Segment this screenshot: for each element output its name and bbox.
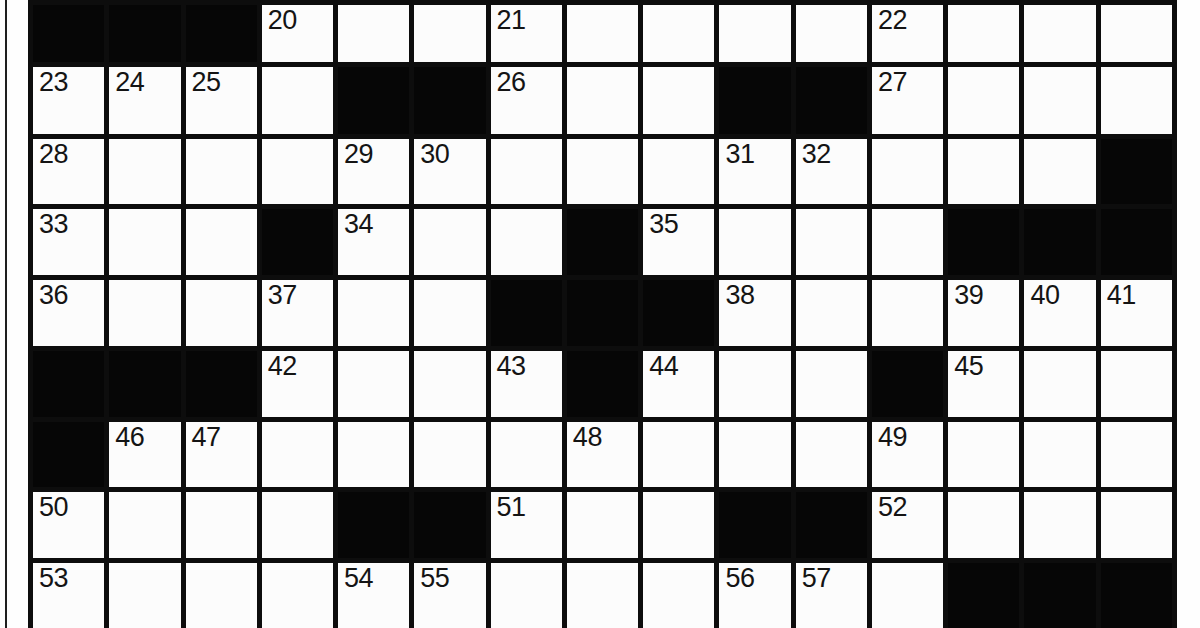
white-cell[interactable]: 20 (262, 5, 333, 62)
white-cell[interactable] (414, 351, 485, 417)
clue-number: 34 (344, 210, 373, 238)
white-cell[interactable] (262, 563, 333, 628)
white-cell[interactable] (186, 492, 257, 558)
black-cell (262, 209, 333, 275)
white-cell[interactable] (338, 351, 409, 417)
black-cell (491, 280, 562, 346)
white-cell[interactable]: 27 (872, 67, 943, 134)
white-cell[interactable] (1024, 67, 1095, 134)
white-cell[interactable]: 48 (567, 422, 638, 487)
clue-number: 38 (725, 281, 754, 309)
white-cell[interactable]: 47 (186, 422, 257, 487)
black-cell (109, 351, 180, 417)
black-cell (338, 492, 409, 558)
white-cell[interactable]: 21 (491, 5, 562, 62)
white-cell[interactable] (338, 5, 409, 62)
clue-number: 43 (497, 352, 526, 380)
clue-number: 48 (573, 423, 602, 451)
white-cell[interactable]: 40 (1024, 280, 1095, 346)
white-cell[interactable]: 43 (491, 351, 562, 417)
white-cell[interactable] (643, 67, 714, 134)
clue-number: 45 (954, 352, 983, 380)
black-cell (567, 209, 638, 275)
clue-number: 39 (954, 281, 983, 309)
white-cell[interactable]: 26 (491, 67, 562, 134)
white-cell[interactable] (567, 492, 638, 558)
clue-number: 33 (39, 210, 68, 238)
white-cell[interactable]: 45 (948, 351, 1019, 417)
white-cell[interactable]: 53 (33, 563, 104, 628)
clue-number: 54 (344, 564, 373, 592)
white-cell[interactable] (1024, 422, 1095, 487)
black-cell (33, 351, 104, 417)
white-cell[interactable] (262, 67, 333, 134)
black-cell (719, 67, 790, 134)
black-cell (796, 67, 867, 134)
white-cell[interactable] (796, 209, 867, 275)
clue-number: 24 (115, 68, 144, 96)
white-cell[interactable] (719, 351, 790, 417)
white-cell[interactable]: 22 (872, 5, 943, 62)
white-cell[interactable] (643, 5, 714, 62)
clue-number: 27 (878, 68, 907, 96)
white-cell[interactable]: 39 (948, 280, 1019, 346)
clue-number: 21 (497, 6, 526, 34)
white-cell[interactable] (109, 139, 180, 204)
black-cell (338, 67, 409, 134)
black-cell (1024, 209, 1095, 275)
white-cell[interactable]: 31 (719, 139, 790, 204)
black-cell (719, 492, 790, 558)
white-cell[interactable] (643, 492, 714, 558)
black-cell (414, 67, 485, 134)
white-cell[interactable] (1101, 67, 1172, 134)
clue-number: 20 (268, 6, 297, 34)
clue-number: 40 (1030, 281, 1059, 309)
clue-number: 37 (268, 281, 297, 309)
white-cell[interactable] (186, 280, 257, 346)
white-cell[interactable] (567, 67, 638, 134)
white-cell[interactable] (262, 422, 333, 487)
black-cell (872, 351, 943, 417)
white-cell[interactable] (338, 280, 409, 346)
white-cell[interactable] (109, 492, 180, 558)
white-cell[interactable]: 38 (719, 280, 790, 346)
white-cell[interactable] (414, 209, 485, 275)
white-cell[interactable] (796, 280, 867, 346)
white-cell[interactable] (1101, 351, 1172, 417)
clue-number: 35 (649, 210, 678, 238)
white-cell[interactable]: 57 (796, 563, 867, 628)
white-cell[interactable] (872, 209, 943, 275)
white-cell[interactable] (643, 422, 714, 487)
white-cell[interactable]: 44 (643, 351, 714, 417)
clue-number: 47 (192, 423, 221, 451)
clue-number: 30 (420, 140, 449, 168)
white-cell[interactable] (1101, 422, 1172, 487)
clue-number: 31 (725, 140, 754, 168)
clue-number: 46 (115, 423, 144, 451)
clue-number: 44 (649, 352, 678, 380)
white-cell[interactable] (719, 209, 790, 275)
white-cell[interactable]: 56 (719, 563, 790, 628)
white-cell[interactable] (262, 139, 333, 204)
white-cell[interactable] (948, 5, 1019, 62)
white-cell[interactable] (186, 209, 257, 275)
white-cell[interactable] (414, 5, 485, 62)
black-cell (1101, 209, 1172, 275)
black-cell (1101, 563, 1172, 628)
white-cell[interactable]: 23 (33, 67, 104, 134)
white-cell[interactable]: 41 (1101, 280, 1172, 346)
clue-number: 41 (1107, 281, 1136, 309)
white-cell[interactable]: 46 (109, 422, 180, 487)
white-cell[interactable]: 33 (33, 209, 104, 275)
black-cell (1101, 139, 1172, 204)
white-cell[interactable] (872, 280, 943, 346)
clue-number: 36 (39, 281, 68, 309)
white-cell[interactable] (872, 139, 943, 204)
clue-number: 25 (192, 68, 221, 96)
clue-number: 23 (39, 68, 68, 96)
black-cell (414, 492, 485, 558)
crossword-board: 2021222324252627282930313233343536373839… (28, 0, 1177, 628)
clue-number: 57 (802, 564, 831, 592)
clue-number: 32 (802, 140, 831, 168)
white-cell[interactable]: 32 (796, 139, 867, 204)
white-cell[interactable] (1024, 5, 1095, 62)
white-cell[interactable]: 34 (338, 209, 409, 275)
white-cell[interactable] (109, 280, 180, 346)
white-cell[interactable] (491, 139, 562, 204)
white-cell[interactable]: 35 (643, 209, 714, 275)
clue-number: 50 (39, 493, 68, 521)
crossword-grid: 2021222324252627282930313233343536373839… (33, 5, 1172, 628)
white-cell[interactable] (1024, 351, 1095, 417)
clue-number: 28 (39, 140, 68, 168)
white-cell[interactable] (948, 422, 1019, 487)
white-cell[interactable]: 37 (262, 280, 333, 346)
white-cell[interactable]: 55 (414, 563, 485, 628)
clue-number: 52 (878, 493, 907, 521)
white-cell[interactable] (796, 422, 867, 487)
white-cell[interactable]: 28 (33, 139, 104, 204)
white-cell[interactable] (567, 139, 638, 204)
white-cell[interactable]: 25 (186, 67, 257, 134)
white-cell[interactable]: 42 (262, 351, 333, 417)
black-cell (33, 5, 104, 62)
white-cell[interactable] (109, 563, 180, 628)
white-cell[interactable] (109, 209, 180, 275)
white-cell[interactable] (567, 5, 638, 62)
black-cell (643, 280, 714, 346)
white-cell[interactable] (643, 139, 714, 204)
white-cell[interactable]: 52 (872, 492, 943, 558)
white-cell[interactable] (1101, 5, 1172, 62)
black-cell (567, 351, 638, 417)
white-cell[interactable] (719, 5, 790, 62)
white-cell[interactable] (414, 280, 485, 346)
white-cell[interactable]: 29 (338, 139, 409, 204)
white-cell[interactable] (567, 563, 638, 628)
white-cell[interactable] (872, 563, 943, 628)
white-cell[interactable] (1101, 492, 1172, 558)
white-cell[interactable] (491, 422, 562, 487)
white-cell[interactable]: 51 (491, 492, 562, 558)
clue-number: 56 (725, 564, 754, 592)
page-edge-line (5, 0, 7, 628)
black-cell (33, 422, 104, 487)
clue-number: 55 (420, 564, 449, 592)
black-cell (948, 563, 1019, 628)
black-cell (948, 209, 1019, 275)
clue-number: 29 (344, 140, 373, 168)
white-cell[interactable]: 36 (33, 280, 104, 346)
white-cell[interactable] (1024, 492, 1095, 558)
white-cell[interactable] (948, 67, 1019, 134)
white-cell[interactable] (186, 563, 257, 628)
white-cell[interactable] (262, 492, 333, 558)
white-cell[interactable]: 54 (338, 563, 409, 628)
white-cell[interactable]: 30 (414, 139, 485, 204)
white-cell[interactable] (1024, 139, 1095, 204)
white-cell[interactable] (948, 139, 1019, 204)
black-cell (186, 351, 257, 417)
white-cell[interactable] (796, 351, 867, 417)
black-cell (796, 492, 867, 558)
clue-number: 51 (497, 493, 526, 521)
white-cell[interactable] (719, 422, 790, 487)
white-cell[interactable]: 49 (872, 422, 943, 487)
white-cell[interactable] (948, 492, 1019, 558)
white-cell[interactable] (796, 5, 867, 62)
clue-number: 22 (878, 6, 907, 34)
white-cell[interactable]: 50 (33, 492, 104, 558)
white-cell[interactable] (491, 563, 562, 628)
clue-number: 49 (878, 423, 907, 451)
black-cell (567, 280, 638, 346)
white-cell[interactable] (186, 139, 257, 204)
white-cell[interactable] (491, 209, 562, 275)
clue-number: 42 (268, 352, 297, 380)
white-cell[interactable] (643, 563, 714, 628)
white-cell[interactable] (338, 422, 409, 487)
white-cell[interactable] (414, 422, 485, 487)
black-cell (109, 5, 180, 62)
white-cell[interactable]: 24 (109, 67, 180, 134)
black-cell (186, 5, 257, 62)
clue-number: 53 (39, 564, 68, 592)
clue-number: 26 (497, 68, 526, 96)
black-cell (1024, 563, 1095, 628)
